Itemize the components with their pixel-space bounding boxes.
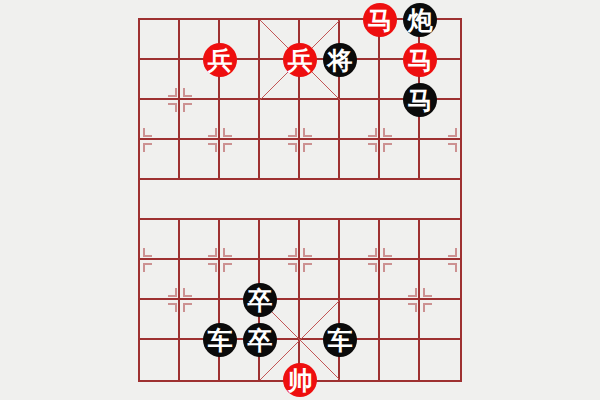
board-cell [220, 100, 260, 140]
board-cell [420, 260, 460, 300]
board-cell [260, 100, 300, 140]
board-cell [180, 260, 220, 300]
board-cell [140, 100, 180, 140]
river-cell [220, 180, 260, 220]
piece-red-soldier[interactable]: 兵 [203, 43, 237, 77]
board-cell [340, 220, 380, 260]
river-cell [380, 180, 420, 220]
piece-black-cannon[interactable]: 炮 [403, 3, 437, 37]
river-cell [180, 180, 220, 220]
board-cell [420, 300, 460, 340]
piece-black-soldier[interactable]: 卒 [243, 283, 277, 317]
piece-red-general[interactable]: 帅 [283, 363, 317, 397]
board-cell [140, 60, 180, 100]
piece-black-horse[interactable]: 马 [403, 83, 437, 117]
board-cell [420, 220, 460, 260]
board-cell [140, 340, 180, 380]
board-cell [420, 340, 460, 380]
board-cell [180, 100, 220, 140]
river-cell [260, 180, 300, 220]
board-cell [340, 260, 380, 300]
board-cell [380, 220, 420, 260]
board-cell [340, 140, 380, 180]
board-cell [300, 220, 340, 260]
board-cell [180, 220, 220, 260]
board-cell [140, 140, 180, 180]
board-cell [380, 300, 420, 340]
piece-black-soldier[interactable]: 卒 [243, 323, 277, 357]
board-cell [140, 220, 180, 260]
board-cell [260, 220, 300, 260]
board-cell [380, 260, 420, 300]
river-cell [140, 180, 180, 220]
piece-red-soldier[interactable]: 兵 [283, 43, 317, 77]
river-cell [300, 180, 340, 220]
board-cell [300, 260, 340, 300]
piece-black-general[interactable]: 将 [323, 43, 357, 77]
board-cell [420, 140, 460, 180]
board-cell [140, 20, 180, 60]
river-cell [420, 180, 460, 220]
piece-red-horse[interactable]: 马 [363, 3, 397, 37]
board-cell [380, 340, 420, 380]
board-cell [220, 140, 260, 180]
river-cell [340, 180, 380, 220]
board-cell [380, 140, 420, 180]
board-cell [180, 140, 220, 180]
xiangqi-board-diagram: 马炮兵兵将马马卒车卒车帅 [0, 0, 600, 400]
board-cell [300, 140, 340, 180]
board-cell [140, 260, 180, 300]
board-cell [340, 100, 380, 140]
board-cell [140, 300, 180, 340]
piece-black-chariot[interactable]: 车 [203, 323, 237, 357]
piece-black-chariot[interactable]: 车 [323, 323, 357, 357]
board-cell [220, 220, 260, 260]
board-cell [260, 140, 300, 180]
piece-red-horse[interactable]: 马 [403, 43, 437, 77]
board-cell [300, 100, 340, 140]
